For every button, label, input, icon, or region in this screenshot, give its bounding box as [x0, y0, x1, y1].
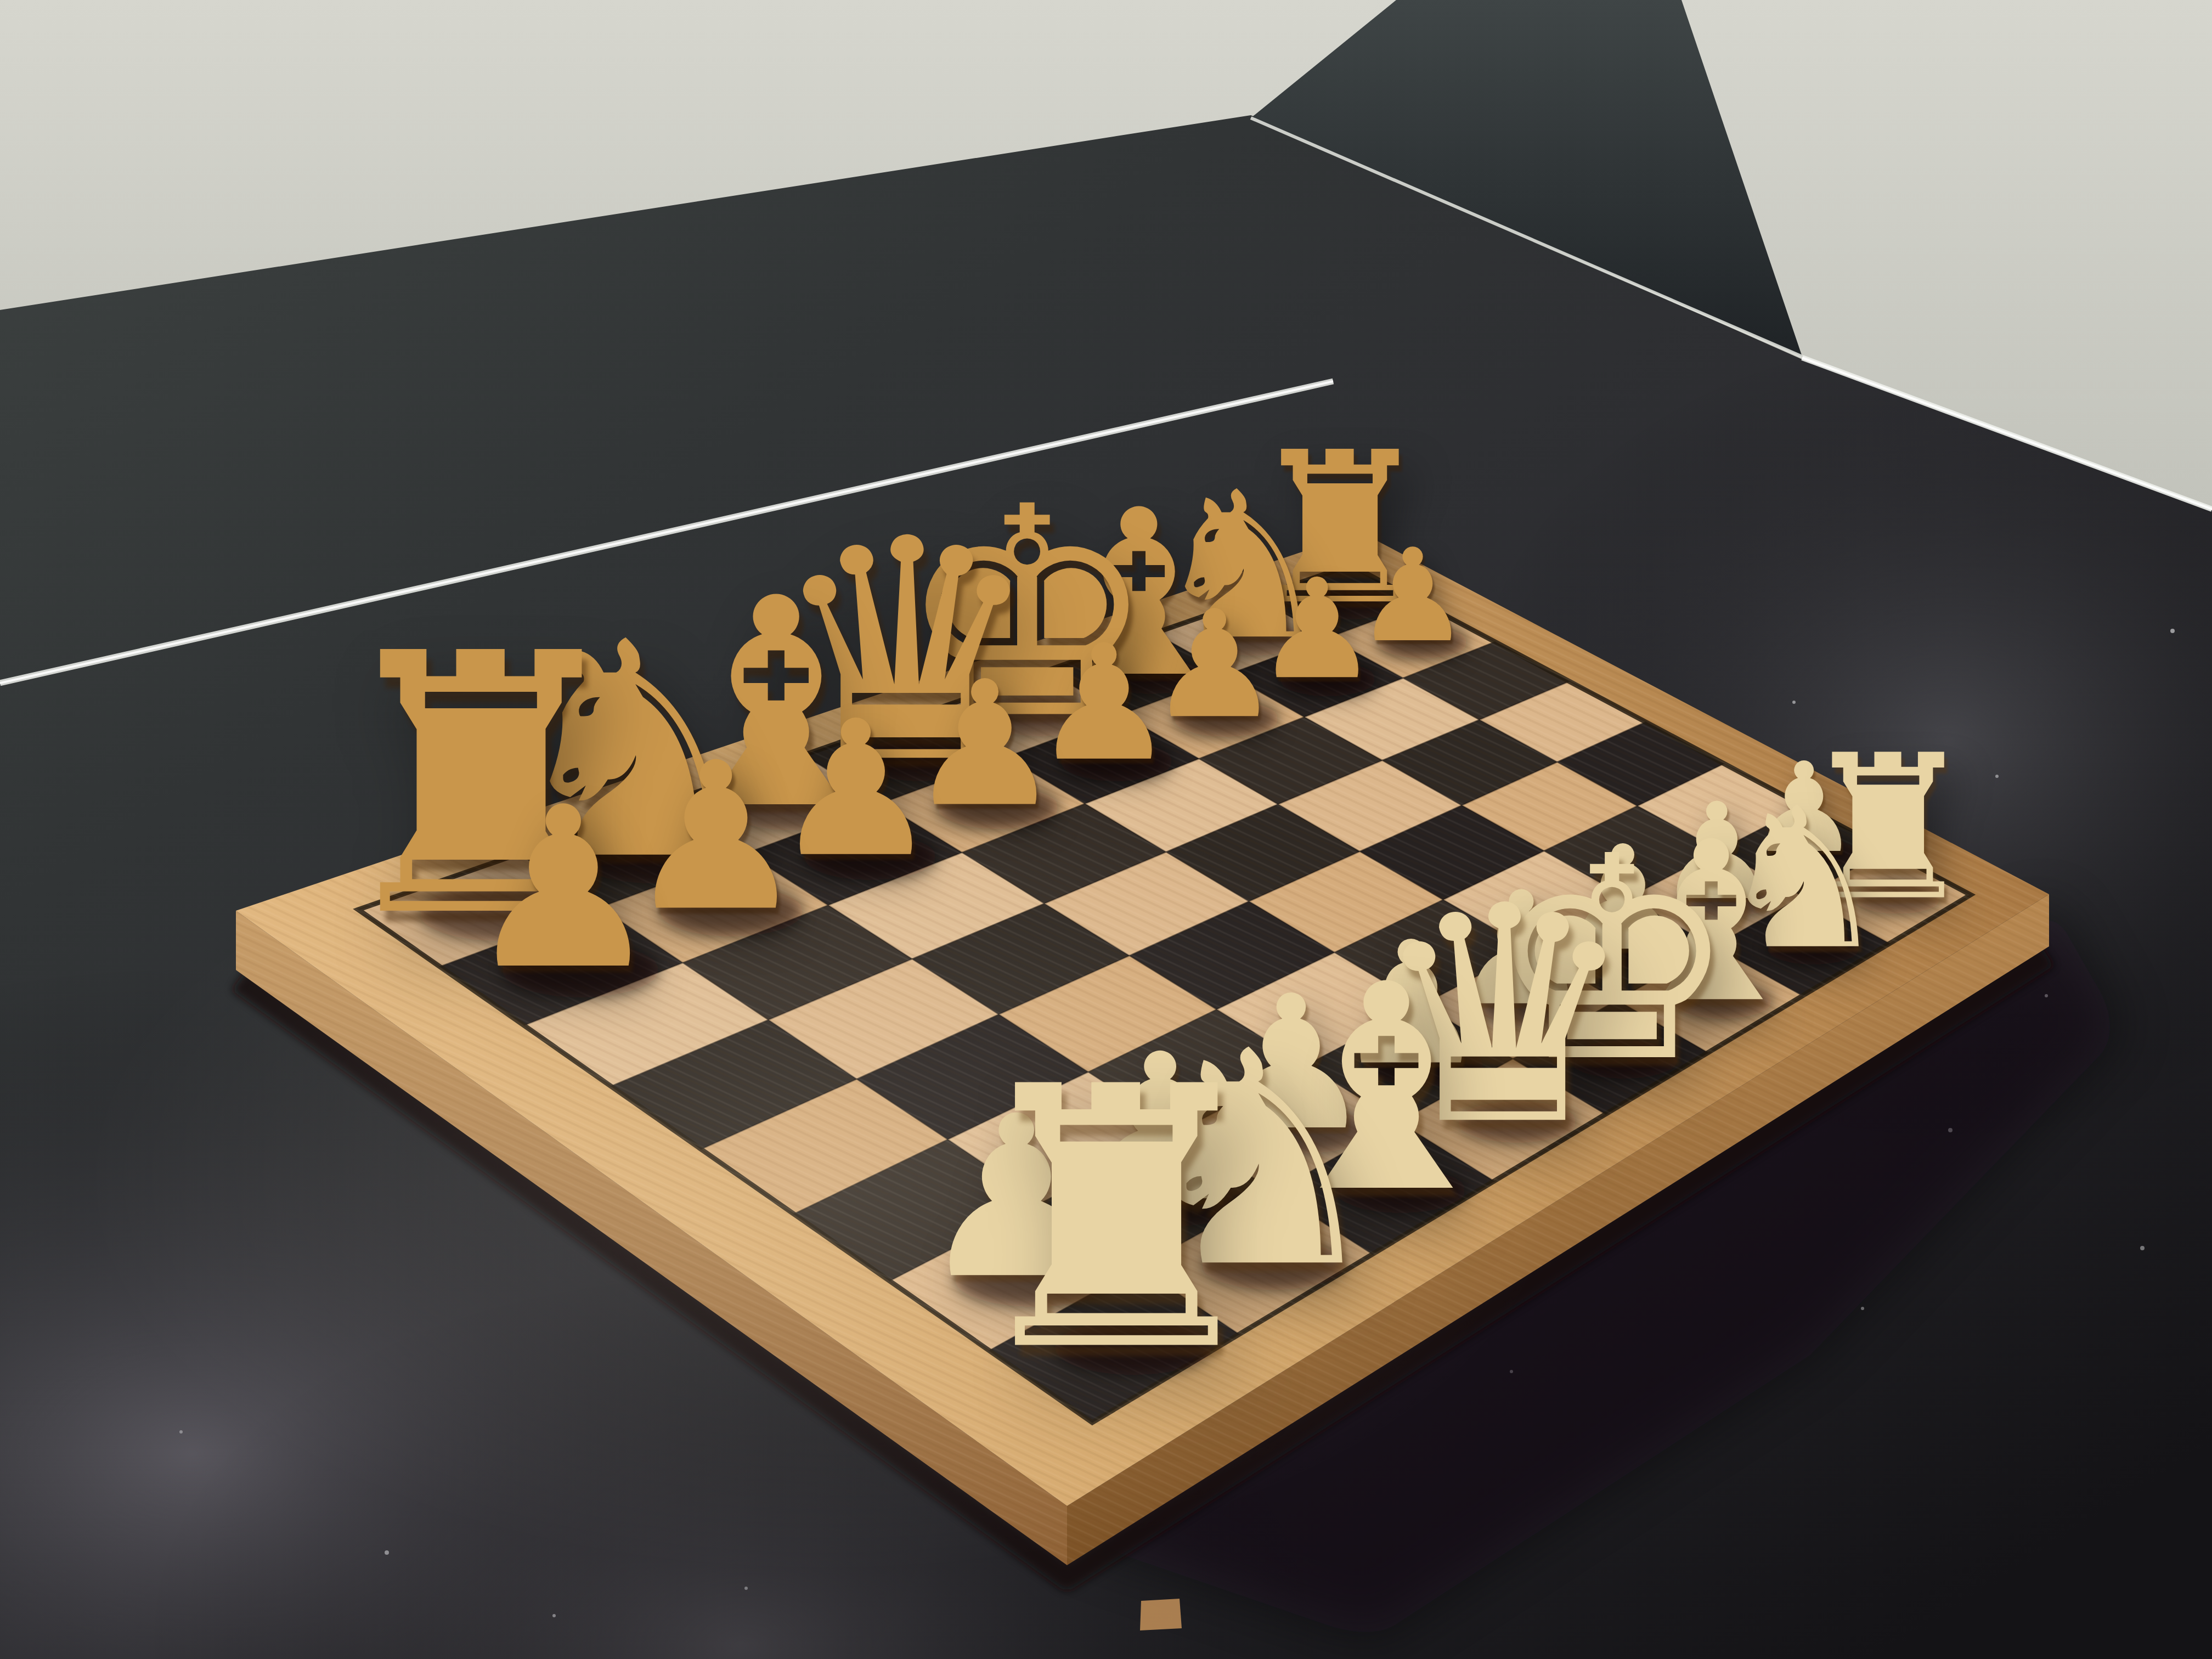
piece-contact-shadow: [1304, 588, 1396, 619]
piece-contact-shadow: [1770, 838, 1858, 868]
scene-photo: [0, 0, 2212, 1659]
piece-contact-shadow: [1364, 1045, 1484, 1086]
piece-contact-shadow: [1377, 627, 1468, 658]
piece-contact-shadow: [1569, 1040, 1679, 1079]
scene-background: [0, 0, 2212, 1659]
piece-contact-shadow: [937, 786, 1059, 829]
dust-speck: [1861, 1307, 1864, 1310]
piece-contact-shadow: [1335, 1168, 1466, 1213]
piece-contact-shadow: [1583, 934, 1685, 969]
piece-contact-shadow: [1854, 883, 1941, 914]
piece-contact-shadow: [1054, 1320, 1212, 1375]
piece-contact-shadow: [804, 834, 936, 880]
board-sheen: [82, 785, 1564, 1575]
dust-speck: [179, 1430, 183, 1434]
piece-contact-shadow: [1672, 984, 1773, 1019]
dust-speck: [744, 1587, 748, 1590]
piece-contact-shadow: [1104, 1177, 1248, 1226]
piece-contact-shadow: [1766, 932, 1860, 964]
piece-contact-shadow: [1173, 701, 1279, 737]
piece-contact-shadow: [859, 738, 981, 781]
piece-contact-shadow: [659, 886, 803, 936]
dust-speck: [385, 1550, 389, 1555]
piece-contact-shadow: [1098, 658, 1203, 694]
piece-contact-shadow: [579, 833, 723, 883]
piece-contact-shadow: [420, 886, 577, 941]
photo-stage: ♜♞♝♛♚♝♞♜♟♟♟♟♟♟♟♟♟♟♟♟♟♟♟♟♜♞♝♛♚♝♞♜: [0, 0, 2212, 1659]
piece-contact-shadow: [1201, 1240, 1345, 1290]
piece-contact-shadow: [502, 943, 659, 997]
piece-contact-shadow: [955, 1252, 1113, 1307]
piece-contact-shadow: [1457, 1101, 1577, 1143]
dust-speck: [1792, 701, 1796, 704]
piece-contact-shadow: [983, 697, 1096, 736]
piece-contact-shadow: [1680, 884, 1774, 917]
dust-speck: [552, 1614, 556, 1617]
dust-speck: [2140, 1246, 2145, 1250]
piece-contact-shadow: [1240, 1108, 1371, 1153]
piece-contact-shadow: [1205, 622, 1302, 656]
piece-contact-shadow: [1279, 662, 1376, 696]
board-foot: [1140, 1599, 1182, 1630]
piece-contact-shadow: [1478, 987, 1589, 1025]
piece-contact-shadow: [1060, 742, 1173, 781]
dust-speck: [1995, 775, 1999, 778]
piece-contact-shadow: [724, 784, 857, 830]
dust-speck: [2170, 629, 2175, 633]
